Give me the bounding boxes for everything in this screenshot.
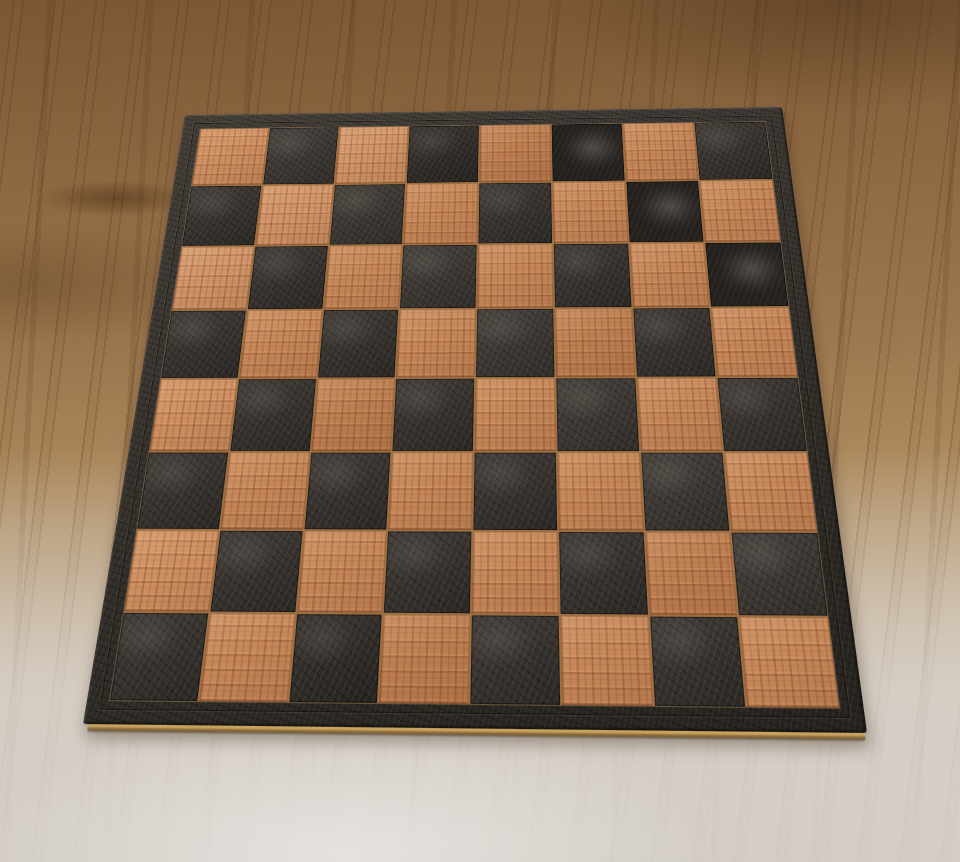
square-f4[interactable] xyxy=(556,378,639,450)
square-c5[interactable] xyxy=(318,310,399,377)
square-e8[interactable] xyxy=(479,125,550,182)
square-d8[interactable] xyxy=(407,126,479,183)
square-b1[interactable] xyxy=(199,614,294,702)
square-b5[interactable] xyxy=(239,310,322,377)
square-f8[interactable] xyxy=(551,124,624,181)
square-f1[interactable] xyxy=(560,616,652,706)
square-a3[interactable] xyxy=(137,452,228,528)
square-c6[interactable] xyxy=(324,245,402,309)
square-h4[interactable] xyxy=(718,378,807,451)
square-a8[interactable] xyxy=(192,128,269,185)
table-surface xyxy=(0,0,960,862)
square-d1[interactable] xyxy=(379,615,470,704)
square-a2[interactable] xyxy=(124,530,218,612)
square-g6[interactable] xyxy=(629,243,709,307)
chess-board xyxy=(83,107,867,733)
board-grid xyxy=(110,122,839,708)
square-g5[interactable] xyxy=(633,308,716,376)
square-e2[interactable] xyxy=(472,531,558,614)
square-c8[interactable] xyxy=(335,126,408,183)
square-f5[interactable] xyxy=(555,309,635,377)
square-e4[interactable] xyxy=(475,379,556,451)
square-g7[interactable] xyxy=(626,181,704,242)
square-f7[interactable] xyxy=(553,182,628,243)
square-a7[interactable] xyxy=(182,186,261,246)
square-h2[interactable] xyxy=(732,532,828,616)
square-g8[interactable] xyxy=(623,123,698,181)
square-c4[interactable] xyxy=(311,379,394,451)
square-h8[interactable] xyxy=(695,122,773,180)
square-d6[interactable] xyxy=(400,245,476,309)
square-e7[interactable] xyxy=(478,183,551,243)
square-h6[interactable] xyxy=(706,242,789,307)
square-d2[interactable] xyxy=(384,531,471,614)
square-a1[interactable] xyxy=(110,613,208,701)
square-e3[interactable] xyxy=(473,452,556,529)
square-d4[interactable] xyxy=(393,379,474,451)
square-h3[interactable] xyxy=(725,453,817,531)
square-c3[interactable] xyxy=(304,452,390,529)
square-e1[interactable] xyxy=(470,616,560,705)
square-e5[interactable] xyxy=(476,309,554,377)
square-g3[interactable] xyxy=(641,453,730,531)
square-a6[interactable] xyxy=(172,246,254,309)
square-b4[interactable] xyxy=(230,379,315,450)
square-f2[interactable] xyxy=(559,532,648,615)
square-b8[interactable] xyxy=(263,127,338,184)
square-h1[interactable] xyxy=(739,617,839,707)
square-f6[interactable] xyxy=(554,243,631,307)
square-h5[interactable] xyxy=(711,308,797,377)
square-c1[interactable] xyxy=(289,614,382,703)
square-b2[interactable] xyxy=(210,530,302,612)
square-g1[interactable] xyxy=(650,617,746,707)
square-e6[interactable] xyxy=(477,244,553,308)
square-f3[interactable] xyxy=(557,452,642,529)
square-g4[interactable] xyxy=(637,378,723,451)
square-b7[interactable] xyxy=(256,185,333,245)
square-h7[interactable] xyxy=(700,180,780,241)
square-a4[interactable] xyxy=(150,379,237,450)
square-d5[interactable] xyxy=(397,310,476,378)
square-a5[interactable] xyxy=(161,311,245,378)
square-d7[interactable] xyxy=(404,183,478,243)
square-g2[interactable] xyxy=(645,532,737,615)
square-c7[interactable] xyxy=(329,184,405,244)
square-b6[interactable] xyxy=(248,246,328,309)
square-d3[interactable] xyxy=(389,452,473,529)
square-c2[interactable] xyxy=(297,531,387,613)
square-b3[interactable] xyxy=(220,452,309,528)
